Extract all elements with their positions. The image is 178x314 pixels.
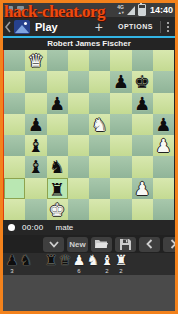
square-f3[interactable] [110, 156, 131, 177]
status-bar-time: 14:40 [149, 5, 173, 15]
network-4g-icon: 4G▲▼ [117, 5, 124, 15]
chevron-down-icon [49, 241, 59, 248]
square-h1[interactable] [153, 199, 174, 220]
captured-white-knight: ♞ [86, 253, 100, 268]
clock-icon [8, 224, 15, 231]
square-d6[interactable] [68, 93, 89, 114]
open-game-button[interactable] [91, 237, 112, 252]
square-a2[interactable] [4, 178, 25, 199]
white-bishop-icon: ♝ [100, 253, 114, 268]
square-b8[interactable]: ♛ [25, 50, 46, 71]
square-c3[interactable]: ♞ [47, 156, 68, 177]
square-a8[interactable] [4, 50, 25, 71]
square-b6[interactable] [25, 93, 46, 114]
square-b3[interactable]: ♝ [25, 156, 46, 177]
black-knight-icon: ♞ [19, 253, 33, 268]
square-b4[interactable]: ♝ [25, 135, 46, 156]
captured-white-bishop: ♝2 [100, 253, 114, 274]
square-d5[interactable] [68, 114, 89, 135]
square-c6[interactable]: ♟ [47, 93, 68, 114]
captured-black-rook: ♜ [44, 253, 58, 268]
square-g8[interactable] [132, 50, 153, 71]
square-b2[interactable] [25, 178, 46, 199]
game-toolbar: New [3, 235, 175, 253]
square-a3[interactable] [4, 156, 25, 177]
empty-panel [3, 275, 175, 311]
captured-black-knight: ♞ [19, 253, 33, 268]
square-a7[interactable] [4, 71, 25, 92]
piece-black-bishop-b4: ♝ [25, 135, 46, 156]
square-c2[interactable]: ♜ [47, 178, 68, 199]
piece-black-rook-c2: ♜ [48, 179, 67, 200]
square-h5[interactable]: ♟ [153, 114, 174, 135]
square-b5[interactable]: ♟ [25, 114, 46, 135]
square-h4[interactable]: ♟ [153, 135, 174, 156]
square-f7[interactable]: ♟ [110, 71, 131, 92]
watermark-text: hack-cheat.org [4, 2, 105, 22]
square-d3[interactable] [68, 156, 89, 177]
square-g6[interactable]: ♟ [132, 93, 153, 114]
square-c8[interactable] [47, 50, 68, 71]
piece-black-knight-c3: ♞ [47, 156, 68, 177]
black-rook-icon: ♜ [44, 253, 58, 268]
square-a1[interactable] [4, 199, 25, 220]
captured-pieces-tray: ♟3♞♜♛♟6♞♝2♜2 [3, 253, 175, 275]
square-e4[interactable] [89, 135, 110, 156]
piece-white-knight-e5: ♞ [89, 114, 110, 135]
overflow-menu-icon[interactable] [161, 22, 175, 32]
square-h8[interactable] [153, 50, 174, 71]
square-e2[interactable] [89, 178, 110, 199]
captured-white-pawn: ♟6 [72, 253, 86, 274]
square-g5[interactable] [132, 114, 153, 135]
square-h6[interactable] [153, 93, 174, 114]
captured-count: 2 [100, 268, 114, 274]
square-b1[interactable] [25, 199, 46, 220]
captured-black-pawn: ♟3 [5, 253, 19, 274]
square-f2[interactable] [110, 178, 131, 199]
square-d2[interactable] [68, 178, 89, 199]
square-f1[interactable] [110, 199, 131, 220]
square-h7[interactable] [153, 71, 174, 92]
player-name: Robert James Fischer [3, 38, 175, 50]
piece-black-king-g7: ♚ [132, 71, 153, 92]
square-d4[interactable] [68, 135, 89, 156]
square-c1[interactable]: ♚ [47, 199, 68, 220]
square-a4[interactable] [4, 135, 25, 156]
square-f4[interactable] [110, 135, 131, 156]
square-g7[interactable]: ♚ [132, 71, 153, 92]
square-e8[interactable] [89, 50, 110, 71]
game-clock: 00:00 [22, 223, 44, 232]
piece-black-pawn-g6: ♟ [132, 93, 153, 114]
chess-board[interactable]: ♛♟♚♟♟♟♞♟♝♟♝♞♜♟♚ [4, 50, 174, 220]
clock-bar: 00:00 mate [3, 220, 175, 235]
piece-white-queen-b8: ♛ [25, 50, 46, 71]
chevron-left-icon [146, 239, 153, 249]
piece-black-pawn-f7: ♟ [110, 71, 131, 92]
folder-icon [95, 239, 108, 249]
square-c5[interactable] [47, 114, 68, 135]
square-h2[interactable] [153, 178, 174, 199]
square-f5[interactable] [110, 114, 131, 135]
square-e7[interactable] [89, 71, 110, 92]
piece-white-pawn-g2: ♟ [132, 178, 153, 199]
captured-count: 6 [72, 268, 86, 274]
piece-white-pawn-h4: ♟ [153, 135, 174, 156]
piece-black-pawn-c6: ♟ [47, 93, 68, 114]
collapse-toolbar-button[interactable] [43, 237, 64, 252]
white-knight-icon: ♞ [86, 253, 100, 268]
square-e5[interactable]: ♞ [89, 114, 110, 135]
square-a5[interactable] [4, 114, 25, 135]
captured-count: 3 [5, 268, 19, 274]
square-c7[interactable] [47, 71, 68, 92]
new-game-button[interactable]: New [67, 237, 88, 252]
signal-strength-icon [127, 6, 135, 15]
square-d1[interactable] [68, 199, 89, 220]
square-h3[interactable] [153, 156, 174, 177]
square-g2[interactable]: ♟ [132, 178, 153, 199]
options-button[interactable]: OPTIONS [111, 23, 160, 30]
square-f6[interactable] [110, 93, 131, 114]
square-c4[interactable] [47, 135, 68, 156]
captured-white-rook: ♜2 [114, 253, 128, 274]
save-game-button[interactable] [115, 237, 136, 252]
battery-icon [138, 4, 146, 16]
square-e1[interactable] [89, 199, 110, 220]
white-pawn-icon: ♟ [72, 253, 86, 268]
next-move-button[interactable] [163, 237, 178, 252]
square-e3[interactable] [89, 156, 110, 177]
square-d8[interactable] [68, 50, 89, 71]
piece-black-bishop-b3: ♝ [25, 156, 46, 177]
square-g1[interactable] [132, 199, 153, 220]
chevron-right-icon [170, 239, 177, 249]
square-e6[interactable] [89, 93, 110, 114]
captured-black-queen: ♛ [58, 253, 72, 268]
previous-move-button[interactable] [139, 237, 160, 252]
back-icon[interactable] [4, 21, 12, 33]
square-a6[interactable] [4, 93, 25, 114]
square-f8[interactable] [110, 50, 131, 71]
floppy-save-icon [120, 239, 131, 250]
piece-black-pawn-b5: ♟ [25, 114, 46, 135]
square-d7[interactable] [68, 71, 89, 92]
black-pawn-icon: ♟ [5, 253, 19, 268]
piece-black-pawn-h5: ♟ [153, 114, 174, 135]
white-rook-icon: ♜ [114, 253, 128, 268]
screen: 4G▲▼ 14:40 Play + OPTIONS Robert James F… [0, 0, 178, 314]
game-status: mate [56, 223, 74, 232]
square-g4[interactable] [132, 135, 153, 156]
square-g3[interactable] [132, 156, 153, 177]
page-title: Play [35, 21, 87, 33]
captured-count: 2 [114, 268, 128, 274]
black-queen-icon: ♛ [58, 253, 72, 268]
piece-white-king-c1: ♚ [47, 199, 68, 220]
square-b7[interactable] [25, 71, 46, 92]
